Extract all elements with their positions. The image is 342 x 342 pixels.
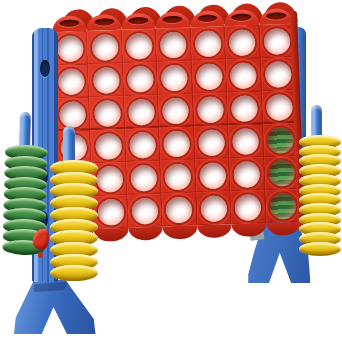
drop-slot-opening: [59, 19, 79, 27]
hole: [166, 196, 193, 223]
board-cell-r3c1[interactable]: [55, 97, 91, 131]
hole: [165, 163, 192, 190]
hole: [268, 159, 295, 186]
drop-slot-opening: [266, 12, 286, 20]
hole: [161, 64, 188, 91]
bottom-scallop-5: [197, 224, 232, 238]
drop-slot-5[interactable]: [190, 10, 225, 27]
hole: [198, 129, 225, 156]
right-yellow-disc[interactable]: [299, 242, 341, 256]
board-cell-r5c4[interactable]: [160, 159, 196, 193]
drop-slot-4[interactable]: [155, 11, 190, 28]
hole: [127, 65, 154, 92]
hole: [95, 132, 122, 159]
hole: [91, 34, 118, 61]
board-cell-r6c4[interactable]: [162, 192, 198, 226]
left-yellow-disc[interactable]: [50, 265, 98, 281]
board-cell-r6c7[interactable]: [265, 189, 301, 223]
board-cell-r6c3[interactable]: [127, 194, 163, 228]
drop-slot-opening: [197, 15, 217, 23]
drop-slot-6[interactable]: [224, 9, 259, 26]
hole: [126, 32, 153, 59]
board-cell-r4c7[interactable]: [263, 123, 299, 157]
hole: [59, 101, 86, 128]
bottom-scallop-4: [163, 225, 198, 239]
drop-slot-2[interactable]: [87, 14, 122, 31]
hole: [200, 195, 227, 222]
board-cell-r5c5[interactable]: [195, 158, 231, 192]
hole: [195, 30, 222, 57]
post-slot-icon: [40, 60, 50, 77]
board-cell-r5c6[interactable]: [229, 157, 265, 191]
hole: [94, 99, 121, 126]
drop-slot-7[interactable]: [259, 8, 294, 25]
board-cell-r1c4[interactable]: [156, 27, 192, 61]
board-cell-r4c4[interactable]: [159, 126, 195, 160]
board-cell-r2c2[interactable]: [88, 63, 124, 97]
hole: [235, 194, 262, 221]
board-cell-r3c5[interactable]: [193, 92, 229, 126]
hole: [229, 29, 256, 56]
board-cell-r4c2[interactable]: [91, 129, 127, 163]
board-cell-r1c2[interactable]: [87, 30, 123, 64]
hole: [267, 126, 294, 153]
board-cell-r3c7[interactable]: [261, 90, 297, 124]
hole: [265, 60, 292, 87]
board-cell-r2c4[interactable]: [157, 60, 193, 94]
hole: [163, 97, 190, 124]
bottom-scallop-7: [266, 222, 301, 236]
board-cell-r5c3[interactable]: [126, 161, 162, 195]
hole: [231, 95, 258, 122]
hole: [58, 68, 85, 95]
hole: [97, 198, 124, 225]
board-cell-r6c2[interactable]: [93, 195, 129, 229]
hole: [132, 197, 159, 224]
board-cell-r1c5[interactable]: [190, 26, 226, 60]
board-cell-r3c3[interactable]: [124, 95, 160, 129]
hole: [230, 62, 257, 89]
board-cell-r3c2[interactable]: [89, 96, 125, 130]
hole: [232, 128, 259, 155]
hole: [269, 192, 296, 219]
drop-slot-opening: [163, 16, 183, 24]
board-cell-r2c1[interactable]: [54, 64, 90, 98]
hole: [129, 131, 156, 158]
left-lever-pin: [38, 252, 43, 258]
board-cell-r2c5[interactable]: [191, 59, 227, 93]
left-leg-foot: [14, 280, 98, 334]
board-cell-r1c7[interactable]: [259, 24, 295, 58]
drop-slot-1[interactable]: [52, 15, 87, 32]
hole: [197, 96, 224, 123]
board-cell-r4c6[interactable]: [228, 124, 264, 158]
board-cell-r1c1[interactable]: [53, 31, 89, 65]
board-cell-r5c7[interactable]: [264, 156, 300, 190]
drop-slot-3[interactable]: [121, 13, 156, 30]
board-cell-r4c3[interactable]: [125, 128, 161, 162]
board-cell-r1c3[interactable]: [121, 29, 157, 63]
drop-slot-opening: [128, 17, 148, 25]
hole: [266, 93, 293, 120]
hole: [263, 27, 290, 54]
board-cell-r6c5[interactable]: [196, 191, 232, 225]
embossed-logo: [33, 282, 66, 292]
hole: [93, 66, 120, 93]
board-cell-r1c6[interactable]: [225, 25, 261, 59]
board-cell-r6c6[interactable]: [230, 190, 266, 224]
board-cell-r3c6[interactable]: [227, 91, 263, 125]
left-yellow-discs: [50, 160, 98, 281]
hole: [164, 130, 191, 157]
hole: [196, 63, 223, 90]
hole: [234, 161, 261, 188]
board-cell-r3c4[interactable]: [158, 93, 194, 127]
bottom-scallop-3: [128, 227, 163, 241]
drop-slot-opening: [231, 13, 251, 21]
hole: [96, 165, 123, 192]
board-cell-r2c3[interactable]: [123, 62, 159, 96]
right-yellow-discs: [299, 135, 341, 256]
board-cell-r4c5[interactable]: [194, 125, 230, 159]
hole: [130, 164, 157, 191]
drop-slot-opening: [94, 18, 114, 26]
hole: [160, 31, 187, 58]
hole: [57, 35, 84, 62]
hole: [128, 98, 155, 125]
hole: [199, 162, 226, 189]
bottom-scallop-2: [94, 228, 129, 242]
bottom-scallop-6: [232, 223, 267, 237]
product-photo-stage: [0, 0, 342, 342]
board-cell-r2c6[interactable]: [226, 58, 262, 92]
board-cell-r2c7[interactable]: [260, 57, 296, 91]
